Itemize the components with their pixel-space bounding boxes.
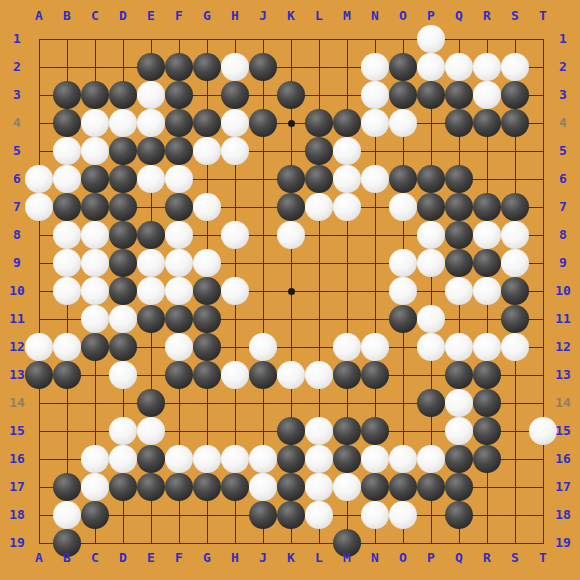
black-stone xyxy=(333,361,361,389)
black-stone xyxy=(81,333,109,361)
white-stone xyxy=(249,333,277,361)
coordinate-label-column-top: O xyxy=(393,9,413,23)
white-stone xyxy=(109,361,137,389)
coordinate-label-row-left: 19 xyxy=(4,536,30,550)
white-stone xyxy=(417,445,445,473)
black-stone xyxy=(109,81,137,109)
white-stone xyxy=(193,137,221,165)
black-stone xyxy=(473,445,501,473)
black-stone xyxy=(333,445,361,473)
coordinate-label-column-bottom: S xyxy=(505,551,525,565)
star-point xyxy=(288,120,295,127)
black-stone xyxy=(193,361,221,389)
white-stone xyxy=(333,473,361,501)
coordinate-label-row-right: 11 xyxy=(550,312,576,326)
white-stone xyxy=(137,417,165,445)
coordinate-label-column-top: Q xyxy=(449,9,469,23)
coordinate-label-row-left: 17 xyxy=(4,480,30,494)
white-stone xyxy=(333,165,361,193)
go-board-screen: AABBCCDDEEFFGGHHJJKKLLMMNNOOPPQQRRSSTT11… xyxy=(0,0,580,580)
white-stone xyxy=(109,109,137,137)
coordinate-label-row-left: 18 xyxy=(4,508,30,522)
coordinate-label-row-right: 17 xyxy=(550,480,576,494)
coordinate-label-column-bottom: B xyxy=(57,551,77,565)
black-stone xyxy=(445,81,473,109)
white-stone xyxy=(417,305,445,333)
black-stone xyxy=(305,109,333,137)
white-stone xyxy=(81,445,109,473)
white-stone xyxy=(81,473,109,501)
black-stone xyxy=(137,305,165,333)
black-stone xyxy=(445,221,473,249)
white-stone xyxy=(389,501,417,529)
coordinate-label-column-top: A xyxy=(29,9,49,23)
white-stone xyxy=(53,221,81,249)
coordinate-label-row-left: 7 xyxy=(4,200,30,214)
white-stone xyxy=(361,445,389,473)
coordinate-label-row-left: 5 xyxy=(4,144,30,158)
white-stone xyxy=(445,277,473,305)
black-stone xyxy=(417,193,445,221)
coordinate-label-row-right: 5 xyxy=(550,144,576,158)
white-stone xyxy=(109,305,137,333)
white-stone xyxy=(81,109,109,137)
coordinate-label-row-right: 10 xyxy=(550,284,576,298)
white-stone xyxy=(417,53,445,81)
coordinate-label-column-top: J xyxy=(253,9,273,23)
black-stone xyxy=(109,473,137,501)
white-stone xyxy=(81,137,109,165)
coordinate-label-column-top: B xyxy=(57,9,77,23)
black-stone xyxy=(165,137,193,165)
black-stone xyxy=(389,165,417,193)
white-stone xyxy=(221,361,249,389)
white-stone xyxy=(417,333,445,361)
white-stone xyxy=(277,361,305,389)
coordinate-label-column-top: M xyxy=(337,9,357,23)
coordinate-label-row-right: 8 xyxy=(550,228,576,242)
white-stone xyxy=(445,417,473,445)
white-stone xyxy=(221,277,249,305)
coordinate-label-column-top: P xyxy=(421,9,441,23)
black-stone xyxy=(165,81,193,109)
black-stone xyxy=(389,473,417,501)
white-stone xyxy=(417,249,445,277)
black-stone xyxy=(109,137,137,165)
white-stone xyxy=(361,53,389,81)
white-stone xyxy=(389,277,417,305)
white-stone xyxy=(361,81,389,109)
white-stone xyxy=(137,165,165,193)
coordinate-label-row-right: 2 xyxy=(550,60,576,74)
coordinate-label-row-left: 1 xyxy=(4,32,30,46)
coordinate-label-column-top: E xyxy=(141,9,161,23)
black-stone xyxy=(165,109,193,137)
coordinate-label-column-bottom: J xyxy=(253,551,273,565)
black-stone xyxy=(249,53,277,81)
black-stone xyxy=(277,165,305,193)
white-stone xyxy=(473,81,501,109)
coordinate-label-column-top: S xyxy=(505,9,525,23)
white-stone xyxy=(81,221,109,249)
black-stone xyxy=(137,221,165,249)
black-stone xyxy=(193,53,221,81)
white-stone xyxy=(53,277,81,305)
star-point xyxy=(288,288,295,295)
black-stone xyxy=(193,277,221,305)
white-stone xyxy=(221,109,249,137)
white-stone xyxy=(305,361,333,389)
white-stone xyxy=(137,249,165,277)
white-stone xyxy=(361,165,389,193)
white-stone xyxy=(501,221,529,249)
black-stone xyxy=(109,277,137,305)
coordinate-label-column-top: D xyxy=(113,9,133,23)
black-stone xyxy=(277,81,305,109)
black-stone xyxy=(53,361,81,389)
white-stone xyxy=(137,81,165,109)
white-stone xyxy=(193,249,221,277)
black-stone xyxy=(249,361,277,389)
black-stone xyxy=(137,473,165,501)
black-stone xyxy=(445,165,473,193)
black-stone xyxy=(389,305,417,333)
black-stone xyxy=(445,249,473,277)
black-stone xyxy=(305,137,333,165)
black-stone xyxy=(277,417,305,445)
coordinate-label-column-top: F xyxy=(169,9,189,23)
coordinate-label-row-right: 9 xyxy=(550,256,576,270)
black-stone xyxy=(193,333,221,361)
coordinate-label-row-left: 2 xyxy=(4,60,30,74)
white-stone xyxy=(305,501,333,529)
white-stone xyxy=(389,249,417,277)
black-stone xyxy=(473,249,501,277)
black-stone xyxy=(165,193,193,221)
coordinate-label-row-right: 16 xyxy=(550,452,576,466)
white-stone xyxy=(221,137,249,165)
white-stone xyxy=(305,193,333,221)
black-stone xyxy=(109,193,137,221)
white-stone xyxy=(165,277,193,305)
black-stone xyxy=(193,473,221,501)
black-stone xyxy=(277,473,305,501)
white-stone xyxy=(361,333,389,361)
black-stone xyxy=(473,361,501,389)
white-stone xyxy=(305,473,333,501)
coordinate-label-column-bottom: O xyxy=(393,551,413,565)
black-stone xyxy=(137,389,165,417)
black-stone xyxy=(501,305,529,333)
black-stone xyxy=(53,109,81,137)
coordinate-label-row-right: 6 xyxy=(550,172,576,186)
white-stone xyxy=(501,249,529,277)
black-stone xyxy=(221,473,249,501)
black-stone xyxy=(81,501,109,529)
white-stone xyxy=(221,445,249,473)
black-stone xyxy=(473,389,501,417)
grid-line-vertical xyxy=(543,39,544,544)
black-stone xyxy=(445,501,473,529)
coordinate-label-column-top: T xyxy=(533,9,553,23)
black-stone xyxy=(501,193,529,221)
white-stone xyxy=(389,193,417,221)
white-stone xyxy=(501,53,529,81)
white-stone xyxy=(221,221,249,249)
white-stone xyxy=(53,333,81,361)
white-stone xyxy=(389,109,417,137)
black-stone xyxy=(193,109,221,137)
white-stone xyxy=(445,53,473,81)
black-stone xyxy=(361,473,389,501)
black-stone xyxy=(137,53,165,81)
white-stone xyxy=(333,333,361,361)
coordinate-label-row-right: 15 xyxy=(550,424,576,438)
black-stone xyxy=(445,193,473,221)
white-stone xyxy=(361,109,389,137)
coordinate-label-column-top: N xyxy=(365,9,385,23)
coordinate-label-column-bottom: F xyxy=(169,551,189,565)
coordinate-label-row-left: 8 xyxy=(4,228,30,242)
coordinate-label-row-right: 13 xyxy=(550,368,576,382)
black-stone xyxy=(389,53,417,81)
black-stone xyxy=(333,109,361,137)
black-stone xyxy=(137,137,165,165)
white-stone xyxy=(305,445,333,473)
white-stone xyxy=(333,137,361,165)
black-stone xyxy=(417,473,445,501)
black-stone xyxy=(473,193,501,221)
black-stone xyxy=(53,81,81,109)
coordinate-label-column-bottom: Q xyxy=(449,551,469,565)
coordinate-label-row-left: 4 xyxy=(4,116,30,130)
black-stone xyxy=(361,417,389,445)
coordinate-label-row-left: 3 xyxy=(4,88,30,102)
white-stone xyxy=(53,249,81,277)
black-stone xyxy=(473,109,501,137)
white-stone xyxy=(137,109,165,137)
white-stone xyxy=(165,333,193,361)
coordinate-label-column-bottom: R xyxy=(477,551,497,565)
coordinate-label-column-top: C xyxy=(85,9,105,23)
white-stone xyxy=(165,249,193,277)
black-stone xyxy=(445,473,473,501)
black-stone xyxy=(445,109,473,137)
black-stone xyxy=(137,445,165,473)
coordinate-label-column-top: R xyxy=(477,9,497,23)
black-stone xyxy=(81,165,109,193)
white-stone xyxy=(193,193,221,221)
coordinate-label-column-bottom: C xyxy=(85,551,105,565)
black-stone xyxy=(53,193,81,221)
coordinate-label-row-left: 13 xyxy=(4,368,30,382)
coordinate-label-column-bottom: H xyxy=(225,551,245,565)
white-stone xyxy=(193,445,221,473)
black-stone xyxy=(81,81,109,109)
black-stone xyxy=(165,53,193,81)
white-stone xyxy=(53,137,81,165)
black-stone xyxy=(417,165,445,193)
white-stone xyxy=(417,25,445,53)
coordinate-label-column-bottom: N xyxy=(365,551,385,565)
white-stone xyxy=(221,53,249,81)
black-stone xyxy=(445,445,473,473)
black-stone xyxy=(473,417,501,445)
coordinate-label-row-left: 15 xyxy=(4,424,30,438)
white-stone xyxy=(81,277,109,305)
white-stone xyxy=(165,445,193,473)
black-stone xyxy=(501,277,529,305)
coordinate-label-row-left: 6 xyxy=(4,172,30,186)
white-stone xyxy=(109,417,137,445)
white-stone xyxy=(305,417,333,445)
white-stone xyxy=(473,53,501,81)
coordinate-label-row-left: 11 xyxy=(4,312,30,326)
white-stone xyxy=(53,165,81,193)
coordinate-label-row-right: 19 xyxy=(550,536,576,550)
black-stone xyxy=(389,81,417,109)
coordinate-label-column-bottom: D xyxy=(113,551,133,565)
black-stone xyxy=(277,193,305,221)
black-stone xyxy=(109,333,137,361)
coordinate-label-row-right: 12 xyxy=(550,340,576,354)
coordinate-label-column-top: G xyxy=(197,9,217,23)
white-stone xyxy=(137,277,165,305)
white-stone xyxy=(445,333,473,361)
black-stone xyxy=(193,305,221,333)
white-stone xyxy=(81,249,109,277)
white-stone xyxy=(389,445,417,473)
black-stone xyxy=(501,109,529,137)
coordinate-label-row-right: 1 xyxy=(550,32,576,46)
coordinate-label-row-left: 16 xyxy=(4,452,30,466)
black-stone xyxy=(333,417,361,445)
white-stone xyxy=(249,473,277,501)
black-stone xyxy=(109,165,137,193)
white-stone xyxy=(473,277,501,305)
black-stone xyxy=(165,305,193,333)
white-stone xyxy=(165,165,193,193)
coordinate-label-column-bottom: G xyxy=(197,551,217,565)
black-stone xyxy=(249,109,277,137)
coordinate-label-column-bottom: P xyxy=(421,551,441,565)
black-stone xyxy=(221,81,249,109)
coordinate-label-column-bottom: M xyxy=(337,551,357,565)
black-stone xyxy=(165,473,193,501)
white-stone xyxy=(361,501,389,529)
black-stone xyxy=(81,193,109,221)
black-stone xyxy=(305,165,333,193)
coordinate-label-row-left: 10 xyxy=(4,284,30,298)
black-stone xyxy=(249,501,277,529)
coordinate-label-row-right: 4 xyxy=(550,116,576,130)
white-stone xyxy=(473,333,501,361)
white-stone xyxy=(473,221,501,249)
go-board[interactable]: AABBCCDDEEFFGGHHJJKKLLMMNNOOPPQQRRSSTT11… xyxy=(0,0,580,580)
coordinate-label-row-left: 12 xyxy=(4,340,30,354)
white-stone xyxy=(333,193,361,221)
coordinate-label-row-left: 14 xyxy=(4,396,30,410)
black-stone xyxy=(109,249,137,277)
white-stone xyxy=(445,389,473,417)
coordinate-label-row-right: 14 xyxy=(550,396,576,410)
coordinate-label-row-right: 7 xyxy=(550,200,576,214)
coordinate-label-column-top: H xyxy=(225,9,245,23)
coordinate-label-column-bottom: A xyxy=(29,551,49,565)
white-stone xyxy=(501,333,529,361)
black-stone xyxy=(361,361,389,389)
coordinate-label-column-bottom: L xyxy=(309,551,329,565)
coordinate-label-column-bottom: E xyxy=(141,551,161,565)
white-stone xyxy=(249,445,277,473)
black-stone xyxy=(53,473,81,501)
white-stone xyxy=(417,221,445,249)
black-stone xyxy=(277,501,305,529)
black-stone xyxy=(165,361,193,389)
coordinate-label-column-bottom: K xyxy=(281,551,301,565)
black-stone xyxy=(417,81,445,109)
coordinate-label-column-bottom: T xyxy=(533,551,553,565)
white-stone xyxy=(109,445,137,473)
white-stone xyxy=(277,221,305,249)
coordinate-label-column-top: K xyxy=(281,9,301,23)
coordinate-label-column-top: L xyxy=(309,9,329,23)
black-stone xyxy=(445,361,473,389)
black-stone xyxy=(277,445,305,473)
white-stone xyxy=(165,221,193,249)
coordinate-label-row-right: 3 xyxy=(550,88,576,102)
white-stone xyxy=(53,501,81,529)
black-stone xyxy=(109,221,137,249)
coordinate-label-row-right: 18 xyxy=(550,508,576,522)
black-stone xyxy=(501,81,529,109)
grid-line-horizontal xyxy=(39,543,544,544)
black-stone xyxy=(417,389,445,417)
coordinate-label-row-left: 9 xyxy=(4,256,30,270)
white-stone xyxy=(81,305,109,333)
